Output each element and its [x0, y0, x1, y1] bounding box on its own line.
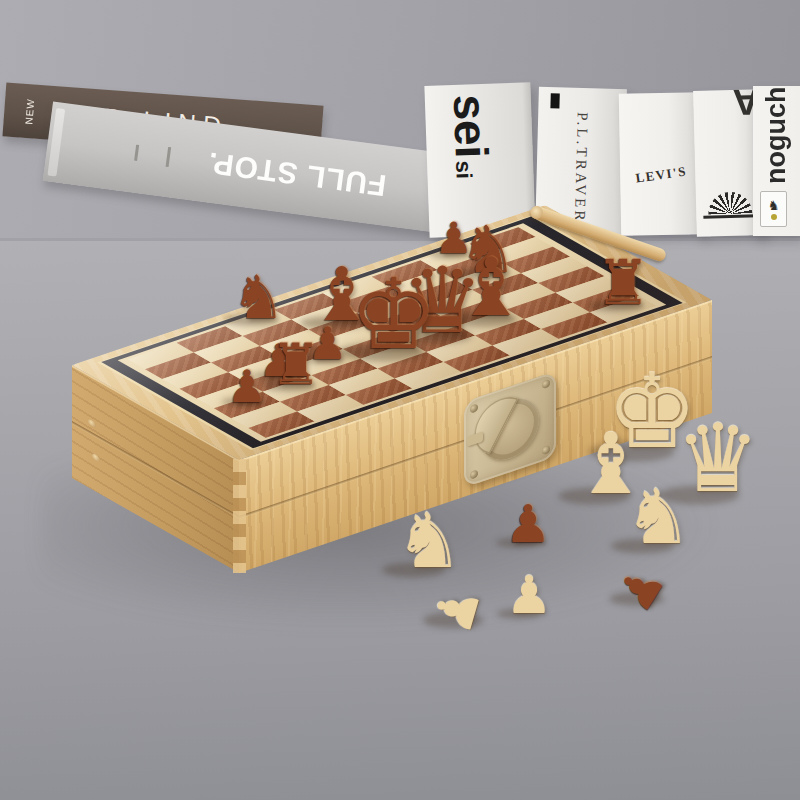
chess-piece-brown-knight: ♞	[232, 268, 286, 328]
chess-piece-cream-pawn: ♟	[426, 580, 489, 639]
chess-piece-brown-rook: ♜	[270, 336, 321, 393]
chess-piece-brown-pawn: ♟	[227, 364, 267, 409]
chess-piece-cream-knight: ♞	[624, 479, 692, 555]
chess-piece-brown-pawn: ♟	[505, 498, 552, 550]
chess-piece-brown-pawn: ♟	[609, 558, 673, 620]
chess-piece-brown-king: ♚	[349, 265, 437, 363]
chess-piece-cream-pawn: ♟	[506, 569, 553, 621]
pieces-layer: ♞♟♝♞♟♟♟♜♚♛♝♜♞♟♟♟♝♚♛♞♟	[0, 0, 800, 800]
chess-piece-brown-rook: ♜	[595, 252, 651, 314]
scene: NEWJED LINDFULL STOP.seisiP.L.TRAVERSLEV…	[0, 0, 800, 800]
chess-piece-cream-knight: ♞	[395, 503, 463, 579]
